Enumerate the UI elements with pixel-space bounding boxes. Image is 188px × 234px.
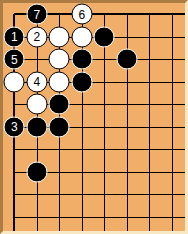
move-number: 5 [11, 53, 18, 65]
board-point[interactable] [161, 138, 184, 161]
board-point[interactable] [26, 161, 49, 184]
board-point[interactable] [26, 183, 49, 206]
board-point[interactable] [48, 3, 71, 26]
board-point[interactable] [26, 138, 49, 161]
board-point[interactable] [93, 3, 116, 26]
board-point[interactable] [3, 138, 26, 161]
board-point[interactable] [161, 93, 184, 116]
board-point[interactable] [48, 138, 71, 161]
board-line-extension [183, 26, 185, 49]
board-line-extension [26, 228, 49, 231]
board-point[interactable]: 5 [3, 48, 26, 71]
board-point[interactable] [48, 206, 71, 229]
white-stone [49, 26, 70, 47]
board-point[interactable]: 1 [3, 26, 26, 49]
move-number: 7 [33, 8, 40, 20]
board-point[interactable] [71, 71, 94, 94]
board-point[interactable] [116, 3, 139, 26]
board-point[interactable] [116, 116, 139, 139]
board-point[interactable] [116, 183, 139, 206]
board-point[interactable]: 4 [26, 71, 49, 94]
board-point[interactable] [3, 71, 26, 94]
black-stone: 7 [26, 4, 47, 25]
board-point[interactable] [48, 161, 71, 184]
board-point[interactable] [48, 116, 71, 139]
board-line-extension [183, 71, 185, 94]
board-point[interactable] [26, 93, 49, 116]
board-point[interactable] [3, 93, 26, 116]
board-point[interactable]: 7 [26, 3, 49, 26]
black-stone [26, 116, 47, 137]
board-point[interactable] [116, 206, 139, 229]
board-point[interactable] [48, 183, 71, 206]
board-line-extension [3, 228, 26, 231]
board-point[interactable] [48, 71, 71, 94]
move-number: 6 [78, 8, 85, 20]
board-line-extension [116, 228, 139, 231]
move-number: 4 [33, 76, 40, 88]
black-stone [71, 49, 92, 70]
move-number: 3 [11, 121, 18, 133]
board-point[interactable] [71, 93, 94, 116]
white-stone [49, 71, 70, 92]
board-point[interactable] [3, 206, 26, 229]
board-line-extension [183, 93, 185, 116]
board-line-extension [161, 228, 184, 231]
board-point[interactable]: 6 [71, 3, 94, 26]
board-point[interactable] [138, 138, 161, 161]
board-point[interactable] [138, 3, 161, 26]
white-stone [4, 71, 25, 92]
board-point[interactable] [138, 71, 161, 94]
black-stone [49, 116, 70, 137]
board-point[interactable] [48, 93, 71, 116]
board-point[interactable] [93, 183, 116, 206]
board-point[interactable] [138, 93, 161, 116]
board-line-extension [93, 228, 116, 231]
board-point[interactable] [116, 48, 139, 71]
board-point[interactable] [71, 161, 94, 184]
board-line-extension [183, 161, 185, 184]
white-stone: 4 [26, 71, 47, 92]
board-point[interactable] [3, 3, 26, 26]
black-stone [49, 94, 70, 115]
board-point[interactable] [161, 116, 184, 139]
board-point[interactable] [116, 138, 139, 161]
board-line-extension [48, 228, 71, 231]
board-point[interactable]: 2 [26, 26, 49, 49]
board-point[interactable]: 3 [3, 116, 26, 139]
board-point[interactable] [26, 206, 49, 229]
board-point[interactable] [93, 48, 116, 71]
board-point[interactable] [138, 206, 161, 229]
board-line-extension [183, 183, 185, 206]
board-point[interactable] [161, 26, 184, 49]
board-line-extension [183, 138, 185, 161]
white-stone [71, 26, 92, 47]
board-line-extension [183, 48, 185, 71]
move-number: 2 [33, 31, 40, 43]
black-stone [94, 26, 115, 47]
white-stone [49, 49, 70, 70]
board-point[interactable] [71, 48, 94, 71]
black-stone: 5 [4, 49, 25, 70]
board-point[interactable] [48, 26, 71, 49]
board-point[interactable] [93, 206, 116, 229]
board-point[interactable] [26, 48, 49, 71]
black-stone [116, 49, 137, 70]
board-point[interactable] [138, 26, 161, 49]
black-stone [71, 71, 92, 92]
board-point[interactable] [138, 48, 161, 71]
board-point[interactable] [116, 71, 139, 94]
board-point[interactable] [71, 183, 94, 206]
board-point[interactable] [161, 206, 184, 229]
board-point[interactable] [71, 138, 94, 161]
board-point[interactable] [93, 116, 116, 139]
board-point[interactable] [93, 71, 116, 94]
board-point[interactable] [138, 161, 161, 184]
black-stone: 1 [4, 26, 25, 47]
board-point[interactable] [3, 161, 26, 184]
board-point[interactable] [71, 26, 94, 49]
board-point[interactable] [93, 138, 116, 161]
board-line-extension [183, 116, 185, 139]
board-point[interactable] [93, 93, 116, 116]
board-point[interactable] [116, 161, 139, 184]
board-line-extension [183, 228, 185, 231]
board-line-extension [183, 206, 185, 229]
board-point[interactable] [93, 26, 116, 49]
board-point[interactable] [161, 161, 184, 184]
move-number: 1 [11, 31, 18, 43]
go-diagram: 7612543 [0, 0, 188, 234]
black-stone: 3 [4, 116, 25, 137]
board-point[interactable] [161, 183, 184, 206]
board-point[interactable] [161, 71, 184, 94]
board-point[interactable] [161, 3, 184, 26]
board-point[interactable] [71, 206, 94, 229]
board-point[interactable] [48, 48, 71, 71]
board-point[interactable] [116, 26, 139, 49]
white-stone: 2 [26, 26, 47, 47]
board-point[interactable] [116, 93, 139, 116]
go-board: 7612543 [3, 3, 185, 231]
board-point[interactable] [138, 183, 161, 206]
board-point[interactable] [26, 116, 49, 139]
board-point[interactable] [161, 48, 184, 71]
board-line-extension [183, 3, 185, 26]
white-stone [26, 94, 47, 115]
board-line-extension [71, 228, 94, 231]
board-point[interactable] [93, 161, 116, 184]
board-point[interactable] [138, 116, 161, 139]
board-point[interactable] [3, 183, 26, 206]
black-stone [26, 161, 47, 182]
white-stone: 6 [71, 4, 92, 25]
board-line-extension [138, 228, 161, 231]
board-point[interactable] [71, 116, 94, 139]
